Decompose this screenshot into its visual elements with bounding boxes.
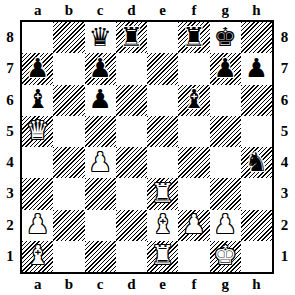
square-a2[interactable]: ♟ bbox=[22, 210, 53, 241]
piece-black-bishop[interactable]: ♝ bbox=[182, 86, 205, 112]
piece-white-rook[interactable]: ♜ bbox=[151, 242, 174, 268]
rank-label-left-1: 1 bbox=[0, 241, 20, 272]
square-g1[interactable]: ♚ bbox=[210, 241, 241, 272]
file-label-top-c: c bbox=[85, 0, 116, 20]
square-a3[interactable] bbox=[22, 178, 53, 209]
square-h8[interactable] bbox=[241, 22, 272, 53]
square-c7[interactable]: ♟ bbox=[85, 53, 116, 84]
file-label-bottom-c: c bbox=[85, 274, 116, 295]
square-f2[interactable]: ♟ bbox=[178, 210, 209, 241]
rank-label-right-5: 5 bbox=[274, 116, 295, 147]
square-b1[interactable] bbox=[53, 241, 84, 272]
rank-label-left-4: 4 bbox=[0, 147, 20, 178]
piece-white-rook[interactable]: ♜ bbox=[151, 180, 174, 206]
piece-black-pawn[interactable]: ♟ bbox=[213, 55, 236, 81]
file-label-bottom-e: e bbox=[147, 274, 178, 295]
piece-white-pawn[interactable]: ♟ bbox=[213, 211, 236, 237]
piece-black-pawn[interactable]: ♟ bbox=[245, 55, 268, 81]
chess-diagram: abcdefgh 87654321 ♛♜♜♚♟♟♟♟♝♟♝♛♟♞♜♟♝♟♟♝♜♚… bbox=[0, 0, 295, 295]
rank-labels-left: 87654321 bbox=[0, 22, 20, 272]
rank-label-right-6: 6 bbox=[274, 85, 295, 116]
square-e4[interactable] bbox=[147, 147, 178, 178]
square-e2[interactable]: ♝ bbox=[147, 210, 178, 241]
rank-label-left-5: 5 bbox=[0, 116, 20, 147]
square-d5[interactable] bbox=[116, 116, 147, 147]
square-a8[interactable] bbox=[22, 22, 53, 53]
square-b8[interactable] bbox=[53, 22, 84, 53]
square-g6[interactable] bbox=[210, 85, 241, 116]
rank-label-left-8: 8 bbox=[0, 22, 20, 53]
square-d4[interactable] bbox=[116, 147, 147, 178]
piece-white-pawn[interactable]: ♟ bbox=[88, 149, 111, 175]
square-g4[interactable] bbox=[210, 147, 241, 178]
square-a7[interactable]: ♟ bbox=[22, 53, 53, 84]
square-e8[interactable] bbox=[147, 22, 178, 53]
piece-white-queen[interactable]: ♛ bbox=[26, 117, 49, 143]
square-c4[interactable]: ♟ bbox=[85, 147, 116, 178]
piece-white-king[interactable]: ♚ bbox=[213, 242, 236, 268]
square-f5[interactable] bbox=[178, 116, 209, 147]
file-labels-bottom: abcdefgh bbox=[22, 274, 272, 295]
file-label-bottom-h: h bbox=[241, 274, 272, 295]
square-g3[interactable] bbox=[210, 178, 241, 209]
file-label-top-g: g bbox=[210, 0, 241, 20]
square-d6[interactable] bbox=[116, 85, 147, 116]
file-label-top-a: a bbox=[22, 0, 53, 20]
square-e6[interactable] bbox=[147, 85, 178, 116]
file-label-bottom-a: a bbox=[22, 274, 53, 295]
square-g5[interactable] bbox=[210, 116, 241, 147]
chess-board[interactable]: ♛♜♜♚♟♟♟♟♝♟♝♛♟♞♜♟♝♟♟♝♜♚ bbox=[20, 20, 274, 274]
square-h2[interactable] bbox=[241, 210, 272, 241]
square-b6[interactable] bbox=[53, 85, 84, 116]
square-g7[interactable]: ♟ bbox=[210, 53, 241, 84]
piece-black-pawn[interactable]: ♟ bbox=[26, 55, 49, 81]
square-f3[interactable] bbox=[178, 178, 209, 209]
file-label-bottom-b: b bbox=[53, 274, 84, 295]
rank-label-right-7: 7 bbox=[274, 53, 295, 84]
square-h3[interactable] bbox=[241, 178, 272, 209]
file-labels-top: abcdefgh bbox=[22, 0, 272, 20]
piece-black-bishop[interactable]: ♝ bbox=[26, 86, 49, 112]
square-c8[interactable]: ♛ bbox=[85, 22, 116, 53]
square-h5[interactable] bbox=[241, 116, 272, 147]
square-c2[interactable] bbox=[85, 210, 116, 241]
square-e5[interactable] bbox=[147, 116, 178, 147]
square-g2[interactable]: ♟ bbox=[210, 210, 241, 241]
file-label-top-d: d bbox=[116, 0, 147, 20]
square-e3[interactable]: ♜ bbox=[147, 178, 178, 209]
rank-label-right-1: 1 bbox=[274, 241, 295, 272]
square-b7[interactable] bbox=[53, 53, 84, 84]
piece-black-rook[interactable]: ♜ bbox=[182, 24, 205, 50]
file-label-bottom-d: d bbox=[116, 274, 147, 295]
square-f6[interactable]: ♝ bbox=[178, 85, 209, 116]
square-d7[interactable] bbox=[116, 53, 147, 84]
rank-label-left-3: 3 bbox=[0, 178, 20, 209]
rank-label-left-2: 2 bbox=[0, 210, 20, 241]
square-h1[interactable] bbox=[241, 241, 272, 272]
square-c3[interactable] bbox=[85, 178, 116, 209]
square-e7[interactable] bbox=[147, 53, 178, 84]
square-b2[interactable] bbox=[53, 210, 84, 241]
square-c1[interactable] bbox=[85, 241, 116, 272]
square-b5[interactable] bbox=[53, 116, 84, 147]
square-e1[interactable]: ♜ bbox=[147, 241, 178, 272]
square-d2[interactable] bbox=[116, 210, 147, 241]
file-label-bottom-g: g bbox=[210, 274, 241, 295]
square-a6[interactable]: ♝ bbox=[22, 85, 53, 116]
piece-black-king[interactable]: ♚ bbox=[213, 24, 236, 50]
square-f4[interactable] bbox=[178, 147, 209, 178]
square-f7[interactable] bbox=[178, 53, 209, 84]
file-label-top-h: h bbox=[241, 0, 272, 20]
piece-white-bishop[interactable]: ♝ bbox=[151, 211, 174, 237]
file-label-top-e: e bbox=[147, 0, 178, 20]
rank-label-right-8: 8 bbox=[274, 22, 295, 53]
piece-black-queen[interactable]: ♛ bbox=[88, 24, 111, 50]
square-b4[interactable] bbox=[53, 147, 84, 178]
piece-white-bishop[interactable]: ♝ bbox=[26, 242, 49, 268]
square-f1[interactable] bbox=[178, 241, 209, 272]
square-b3[interactable] bbox=[53, 178, 84, 209]
file-label-bottom-f: f bbox=[178, 274, 209, 295]
file-label-top-b: b bbox=[53, 0, 84, 20]
piece-black-pawn[interactable]: ♟ bbox=[88, 86, 111, 112]
square-c5[interactable] bbox=[85, 116, 116, 147]
square-d3[interactable] bbox=[116, 178, 147, 209]
rank-labels-right: 87654321 bbox=[274, 22, 295, 272]
square-d1[interactable] bbox=[116, 241, 147, 272]
rank-label-right-3: 3 bbox=[274, 178, 295, 209]
rank-label-right-2: 2 bbox=[274, 210, 295, 241]
piece-black-rook[interactable]: ♜ bbox=[120, 24, 143, 50]
piece-black-pawn[interactable]: ♟ bbox=[88, 55, 111, 81]
piece-white-pawn[interactable]: ♟ bbox=[26, 211, 49, 237]
file-label-top-f: f bbox=[178, 0, 209, 20]
square-d8[interactable]: ♜ bbox=[116, 22, 147, 53]
square-a4[interactable] bbox=[22, 147, 53, 178]
rank-label-right-4: 4 bbox=[274, 147, 295, 178]
piece-white-pawn[interactable]: ♟ bbox=[182, 211, 205, 237]
rank-label-left-7: 7 bbox=[0, 53, 20, 84]
square-g8[interactable]: ♚ bbox=[210, 22, 241, 53]
square-f8[interactable]: ♜ bbox=[178, 22, 209, 53]
rank-label-left-6: 6 bbox=[0, 85, 20, 116]
square-h6[interactable] bbox=[241, 85, 272, 116]
square-h4[interactable]: ♞ bbox=[241, 147, 272, 178]
piece-black-knight[interactable]: ♞ bbox=[245, 149, 268, 175]
square-h7[interactable]: ♟ bbox=[241, 53, 272, 84]
square-a1[interactable]: ♝ bbox=[22, 241, 53, 272]
square-c6[interactable]: ♟ bbox=[85, 85, 116, 116]
square-a5[interactable]: ♛ bbox=[22, 116, 53, 147]
